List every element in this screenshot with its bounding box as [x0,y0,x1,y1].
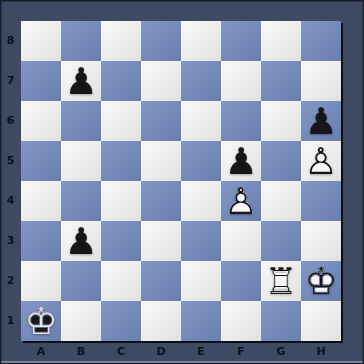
file-labels: ABCDEFGH [21,341,341,364]
piece-fill-glyph: ♟ [61,221,101,261]
square-f6[interactable] [221,101,261,141]
piece-outline-glyph: ♔ [21,301,61,341]
square-c1[interactable] [101,301,141,341]
rank-label-7: 7 [0,61,21,101]
piece-fill-glyph: ♟ [301,101,341,141]
piece-fill-glyph: ♟ [221,181,261,221]
rank-label-4: 4 [0,181,21,221]
square-d2[interactable] [141,261,181,301]
square-e4[interactable] [181,181,221,221]
black-pawn[interactable]: ♟ [61,61,101,101]
rank-label-3: 3 [0,221,21,261]
square-e1[interactable] [181,301,221,341]
square-g6[interactable] [261,101,301,141]
square-c5[interactable] [101,141,141,181]
square-c8[interactable] [101,21,141,61]
square-h3[interactable] [301,221,341,261]
square-g1[interactable] [261,301,301,341]
square-d3[interactable] [141,221,181,261]
square-h8[interactable] [301,21,341,61]
square-h5[interactable]: ♟♙ [301,141,341,181]
square-d7[interactable] [141,61,181,101]
square-b2[interactable] [61,261,101,301]
file-label-h: H [301,341,341,364]
rank-labels: 87654321 [0,21,21,341]
square-b4[interactable] [61,181,101,221]
square-d8[interactable] [141,21,181,61]
square-e8[interactable] [181,21,221,61]
square-a2[interactable] [21,261,61,301]
rank-label-5: 5 [0,141,21,181]
square-f1[interactable] [221,301,261,341]
square-f7[interactable] [221,61,261,101]
piece-outline-glyph: ♙ [221,181,261,221]
square-h4[interactable] [301,181,341,221]
square-c7[interactable] [101,61,141,101]
square-d6[interactable] [141,101,181,141]
square-g5[interactable] [261,141,301,181]
piece-fill-glyph: ♚ [301,261,341,301]
white-king[interactable]: ♚♔ [301,261,341,301]
square-a1[interactable]: ♚♔ [21,301,61,341]
white-pawn[interactable]: ♟♙ [301,141,341,181]
rank-label-8: 8 [0,21,21,61]
square-f5[interactable]: ♟ [221,141,261,181]
square-d5[interactable] [141,141,181,181]
piece-fill-glyph: ♟ [301,141,341,181]
square-c6[interactable] [101,101,141,141]
square-h1[interactable] [301,301,341,341]
black-pawn[interactable]: ♟ [61,221,101,261]
square-b6[interactable] [61,101,101,141]
file-label-c: C [101,341,141,364]
square-a6[interactable] [21,101,61,141]
square-f8[interactable] [221,21,261,61]
square-e2[interactable] [181,261,221,301]
piece-outline-glyph: ♔ [301,261,341,301]
square-f4[interactable]: ♟♙ [221,181,261,221]
file-label-f: F [221,341,261,364]
rank-label-2: 2 [0,261,21,301]
square-d1[interactable] [141,301,181,341]
square-g8[interactable] [261,21,301,61]
square-b3[interactable]: ♟ [61,221,101,261]
square-g3[interactable] [261,221,301,261]
piece-fill-glyph: ♜ [261,261,301,301]
square-c4[interactable] [101,181,141,221]
file-label-g: G [261,341,301,364]
chess-board: ♟♟♟♟♙♟♙♟♜♖♚♔♚♔ [21,21,341,341]
black-pawn[interactable]: ♟ [221,141,261,181]
file-label-b: B [61,341,101,364]
square-h2[interactable]: ♚♔ [301,261,341,301]
file-label-e: E [181,341,221,364]
rank-label-1: 1 [0,301,21,341]
piece-outline-glyph: ♖ [261,261,301,301]
square-a7[interactable] [21,61,61,101]
piece-fill-glyph: ♟ [61,61,101,101]
square-a8[interactable] [21,21,61,61]
square-g4[interactable] [261,181,301,221]
black-king[interactable]: ♚♔ [21,301,61,341]
square-g2[interactable]: ♜♖ [261,261,301,301]
square-h6[interactable]: ♟ [301,101,341,141]
black-pawn[interactable]: ♟ [301,101,341,141]
square-e3[interactable] [181,221,221,261]
square-b8[interactable] [61,21,101,61]
white-rook[interactable]: ♜♖ [261,261,301,301]
square-b5[interactable] [61,141,101,181]
square-e6[interactable] [181,101,221,141]
square-e5[interactable] [181,141,221,181]
square-f2[interactable] [221,261,261,301]
piece-fill-glyph: ♚ [21,301,61,341]
square-d4[interactable] [141,181,181,221]
white-pawn[interactable]: ♟♙ [221,181,261,221]
file-label-a: A [21,341,61,364]
square-a4[interactable] [21,181,61,221]
square-a5[interactable] [21,141,61,181]
piece-outline-glyph: ♙ [301,141,341,181]
square-c3[interactable] [101,221,141,261]
square-g7[interactable] [261,61,301,101]
piece-fill-glyph: ♟ [221,141,261,181]
rank-label-6: 6 [0,101,21,141]
square-f3[interactable] [221,221,261,261]
square-c2[interactable] [101,261,141,301]
square-e7[interactable] [181,61,221,101]
square-b7[interactable]: ♟ [61,61,101,101]
square-h7[interactable] [301,61,341,101]
chess-diagram: 87654321 ♟♟♟♟♙♟♙♟♜♖♚♔♚♔ ABCDEFGH [0,0,364,364]
square-b1[interactable] [61,301,101,341]
file-label-d: D [141,341,181,364]
square-a3[interactable] [21,221,61,261]
